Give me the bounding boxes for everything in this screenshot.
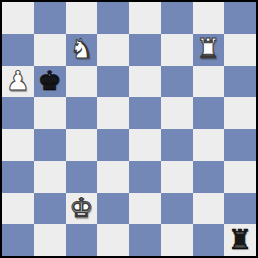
square-d7[interactable] bbox=[97, 34, 129, 66]
square-b4[interactable] bbox=[34, 129, 66, 161]
square-h2[interactable] bbox=[224, 193, 256, 225]
square-f5[interactable] bbox=[161, 97, 193, 129]
square-g3[interactable] bbox=[193, 161, 225, 193]
chess-board: ♞♜♟♚♚♜ bbox=[2, 2, 256, 256]
square-b2[interactable] bbox=[34, 193, 66, 225]
black-rook[interactable]: ♜ bbox=[228, 226, 252, 253]
square-e7[interactable] bbox=[129, 34, 161, 66]
square-c6[interactable] bbox=[66, 66, 98, 98]
square-f1[interactable] bbox=[161, 224, 193, 256]
square-b7[interactable] bbox=[34, 34, 66, 66]
square-b8[interactable] bbox=[34, 2, 66, 34]
square-c7[interactable]: ♞ bbox=[66, 34, 98, 66]
square-b6[interactable]: ♚ bbox=[34, 66, 66, 98]
square-g6[interactable] bbox=[193, 66, 225, 98]
square-h1[interactable]: ♜ bbox=[224, 224, 256, 256]
square-d6[interactable] bbox=[97, 66, 129, 98]
square-a4[interactable] bbox=[2, 129, 34, 161]
square-h7[interactable] bbox=[224, 34, 256, 66]
square-c1[interactable] bbox=[66, 224, 98, 256]
white-king[interactable]: ♚ bbox=[69, 194, 93, 221]
square-c3[interactable] bbox=[66, 161, 98, 193]
square-h4[interactable] bbox=[224, 129, 256, 161]
white-pawn[interactable]: ♟ bbox=[6, 67, 30, 94]
square-d4[interactable] bbox=[97, 129, 129, 161]
square-g8[interactable] bbox=[193, 2, 225, 34]
square-f6[interactable] bbox=[161, 66, 193, 98]
square-c4[interactable] bbox=[66, 129, 98, 161]
square-g7[interactable]: ♜ bbox=[193, 34, 225, 66]
square-d1[interactable] bbox=[97, 224, 129, 256]
square-a2[interactable] bbox=[2, 193, 34, 225]
square-a3[interactable] bbox=[2, 161, 34, 193]
square-a7[interactable] bbox=[2, 34, 34, 66]
square-e5[interactable] bbox=[129, 97, 161, 129]
square-f2[interactable] bbox=[161, 193, 193, 225]
square-c8[interactable] bbox=[66, 2, 98, 34]
square-e1[interactable] bbox=[129, 224, 161, 256]
square-h3[interactable] bbox=[224, 161, 256, 193]
square-d2[interactable] bbox=[97, 193, 129, 225]
square-h8[interactable] bbox=[224, 2, 256, 34]
square-h6[interactable] bbox=[224, 66, 256, 98]
square-b5[interactable] bbox=[34, 97, 66, 129]
square-d8[interactable] bbox=[97, 2, 129, 34]
square-c5[interactable] bbox=[66, 97, 98, 129]
white-knight[interactable]: ♞ bbox=[69, 35, 93, 62]
square-a5[interactable] bbox=[2, 97, 34, 129]
square-c2[interactable]: ♚ bbox=[66, 193, 98, 225]
square-g1[interactable] bbox=[193, 224, 225, 256]
square-a1[interactable] bbox=[2, 224, 34, 256]
square-f8[interactable] bbox=[161, 2, 193, 34]
square-e8[interactable] bbox=[129, 2, 161, 34]
square-d3[interactable] bbox=[97, 161, 129, 193]
square-f4[interactable] bbox=[161, 129, 193, 161]
square-d5[interactable] bbox=[97, 97, 129, 129]
square-h5[interactable] bbox=[224, 97, 256, 129]
square-e3[interactable] bbox=[129, 161, 161, 193]
square-e4[interactable] bbox=[129, 129, 161, 161]
square-g5[interactable] bbox=[193, 97, 225, 129]
square-a6[interactable]: ♟ bbox=[2, 66, 34, 98]
square-f3[interactable] bbox=[161, 161, 193, 193]
square-g2[interactable] bbox=[193, 193, 225, 225]
square-a8[interactable] bbox=[2, 2, 34, 34]
square-e2[interactable] bbox=[129, 193, 161, 225]
chess-board-frame: ♞♜♟♚♚♜ bbox=[0, 0, 258, 258]
white-rook[interactable]: ♜ bbox=[196, 35, 220, 62]
square-e6[interactable] bbox=[129, 66, 161, 98]
square-b3[interactable] bbox=[34, 161, 66, 193]
black-king[interactable]: ♚ bbox=[38, 67, 62, 94]
square-b1[interactable] bbox=[34, 224, 66, 256]
square-f7[interactable] bbox=[161, 34, 193, 66]
square-g4[interactable] bbox=[193, 129, 225, 161]
